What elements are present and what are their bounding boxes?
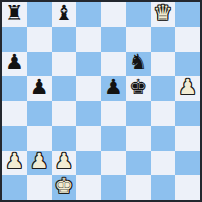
square-d7[interactable] bbox=[76, 27, 101, 52]
square-h4[interactable] bbox=[175, 101, 200, 126]
square-a1[interactable] bbox=[2, 175, 27, 200]
piece-black-pawn[interactable]: ♟ bbox=[5, 52, 24, 73]
square-c8[interactable]: ♝ bbox=[52, 2, 77, 27]
piece-black-knight[interactable]: ♞ bbox=[129, 52, 148, 73]
piece-white-queen[interactable]: ♛ bbox=[153, 3, 172, 24]
square-b5[interactable]: ♟ bbox=[27, 76, 52, 101]
square-g1[interactable] bbox=[151, 175, 176, 200]
square-e3[interactable] bbox=[101, 126, 126, 151]
square-a6[interactable]: ♟ bbox=[2, 52, 27, 77]
square-d4[interactable] bbox=[76, 101, 101, 126]
square-d5[interactable] bbox=[76, 76, 101, 101]
square-c1[interactable]: ♚ bbox=[52, 175, 77, 200]
square-g7[interactable] bbox=[151, 27, 176, 52]
square-d1[interactable] bbox=[76, 175, 101, 200]
square-a8[interactable]: ♜ bbox=[2, 2, 27, 27]
square-h3[interactable] bbox=[175, 126, 200, 151]
piece-white-pawn[interactable]: ♟ bbox=[178, 77, 197, 98]
piece-white-king[interactable]: ♚ bbox=[54, 176, 73, 197]
square-e6[interactable] bbox=[101, 52, 126, 77]
chess-board-frame: ♜♝♛♟♞♟♟♚♟♟♟♟♚ bbox=[0, 0, 202, 202]
square-h8[interactable] bbox=[175, 2, 200, 27]
square-h2[interactable] bbox=[175, 151, 200, 176]
square-e2[interactable] bbox=[101, 151, 126, 176]
square-f3[interactable] bbox=[126, 126, 151, 151]
square-a3[interactable] bbox=[2, 126, 27, 151]
square-e8[interactable] bbox=[101, 2, 126, 27]
square-f4[interactable] bbox=[126, 101, 151, 126]
piece-black-bishop[interactable]: ♝ bbox=[54, 3, 73, 24]
square-f6[interactable]: ♞ bbox=[126, 52, 151, 77]
square-d6[interactable] bbox=[76, 52, 101, 77]
square-c4[interactable] bbox=[52, 101, 77, 126]
square-e7[interactable] bbox=[101, 27, 126, 52]
square-f2[interactable] bbox=[126, 151, 151, 176]
piece-black-pawn[interactable]: ♟ bbox=[30, 77, 49, 98]
piece-black-king[interactable]: ♚ bbox=[129, 77, 148, 98]
square-a7[interactable] bbox=[2, 27, 27, 52]
square-b1[interactable] bbox=[27, 175, 52, 200]
square-f8[interactable] bbox=[126, 2, 151, 27]
square-a2[interactable]: ♟ bbox=[2, 151, 27, 176]
square-c3[interactable] bbox=[52, 126, 77, 151]
piece-white-pawn[interactable]: ♟ bbox=[54, 151, 73, 172]
square-c7[interactable] bbox=[52, 27, 77, 52]
square-g6[interactable] bbox=[151, 52, 176, 77]
square-b8[interactable] bbox=[27, 2, 52, 27]
square-e1[interactable] bbox=[101, 175, 126, 200]
square-d3[interactable] bbox=[76, 126, 101, 151]
square-e4[interactable] bbox=[101, 101, 126, 126]
square-g4[interactable] bbox=[151, 101, 176, 126]
square-b4[interactable] bbox=[27, 101, 52, 126]
chess-board: ♜♝♛♟♞♟♟♚♟♟♟♟♚ bbox=[2, 2, 200, 200]
square-f1[interactable] bbox=[126, 175, 151, 200]
square-b6[interactable] bbox=[27, 52, 52, 77]
square-e5[interactable]: ♟ bbox=[101, 76, 126, 101]
square-a4[interactable] bbox=[2, 101, 27, 126]
piece-white-pawn[interactable]: ♟ bbox=[30, 151, 49, 172]
square-d8[interactable] bbox=[76, 2, 101, 27]
square-c2[interactable]: ♟ bbox=[52, 151, 77, 176]
square-c5[interactable] bbox=[52, 76, 77, 101]
square-a5[interactable] bbox=[2, 76, 27, 101]
square-b2[interactable]: ♟ bbox=[27, 151, 52, 176]
square-g2[interactable] bbox=[151, 151, 176, 176]
square-b7[interactable] bbox=[27, 27, 52, 52]
square-g5[interactable] bbox=[151, 76, 176, 101]
square-d2[interactable] bbox=[76, 151, 101, 176]
piece-white-pawn[interactable]: ♟ bbox=[5, 151, 24, 172]
square-h7[interactable] bbox=[175, 27, 200, 52]
square-g3[interactable] bbox=[151, 126, 176, 151]
square-h6[interactable] bbox=[175, 52, 200, 77]
piece-black-pawn[interactable]: ♟ bbox=[104, 77, 123, 98]
square-g8[interactable]: ♛ bbox=[151, 2, 176, 27]
square-h5[interactable]: ♟ bbox=[175, 76, 200, 101]
square-b3[interactable] bbox=[27, 126, 52, 151]
square-f7[interactable] bbox=[126, 27, 151, 52]
square-c6[interactable] bbox=[52, 52, 77, 77]
square-h1[interactable] bbox=[175, 175, 200, 200]
square-f5[interactable]: ♚ bbox=[126, 76, 151, 101]
piece-black-rook[interactable]: ♜ bbox=[5, 3, 24, 24]
